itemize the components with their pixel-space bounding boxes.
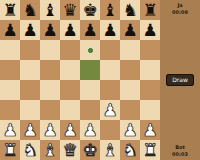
opponent-info: Ja 00:09: [172, 2, 188, 16]
square-c3[interactable]: [40, 100, 60, 120]
white-bishop[interactable]: ♝: [102, 140, 117, 160]
draw-button[interactable]: Draw: [166, 74, 194, 87]
square-a4[interactable]: [0, 80, 20, 100]
square-c4[interactable]: [40, 80, 60, 100]
square-g8[interactable]: ♞: [120, 0, 140, 20]
square-g4[interactable]: [120, 80, 140, 100]
black-king[interactable]: ♚: [82, 0, 97, 20]
white-queen[interactable]: ♛: [62, 140, 77, 160]
player-info: Bot 00:03: [172, 144, 188, 158]
square-f7[interactable]: ♟: [100, 20, 120, 40]
square-e8[interactable]: ♚: [80, 0, 100, 20]
square-h6[interactable]: [140, 40, 160, 60]
square-d6[interactable]: [60, 40, 80, 60]
black-pawn[interactable]: ♟: [122, 20, 137, 40]
square-g5[interactable]: [120, 60, 140, 80]
square-a8[interactable]: ♜: [0, 0, 20, 20]
black-bishop[interactable]: ♝: [102, 0, 117, 20]
black-pawn[interactable]: ♟: [82, 20, 97, 40]
white-knight[interactable]: ♞: [22, 140, 37, 160]
white-pawn[interactable]: ♟: [2, 120, 17, 140]
square-b1[interactable]: ♞: [20, 140, 40, 160]
square-f8[interactable]: ♝: [100, 0, 120, 20]
square-c5[interactable]: [40, 60, 60, 80]
square-e1[interactable]: ♚: [80, 140, 100, 160]
square-h7[interactable]: ♟: [140, 20, 160, 40]
black-pawn[interactable]: ♟: [22, 20, 37, 40]
square-c7[interactable]: ♟: [40, 20, 60, 40]
square-h3[interactable]: [140, 100, 160, 120]
white-rook[interactable]: ♜: [142, 140, 157, 160]
square-c1[interactable]: ♝: [40, 140, 60, 160]
right-panel: Ja 00:09 Draw Bot 00:03: [160, 0, 200, 160]
square-d8[interactable]: ♛: [60, 0, 80, 20]
black-pawn[interactable]: ♟: [42, 20, 57, 40]
square-e7[interactable]: ♟: [80, 20, 100, 40]
square-b6[interactable]: [20, 40, 40, 60]
black-bishop[interactable]: ♝: [42, 0, 57, 20]
square-d2[interactable]: ♟: [60, 120, 80, 140]
square-d3[interactable]: [60, 100, 80, 120]
black-rook[interactable]: ♜: [2, 0, 17, 20]
square-b4[interactable]: [20, 80, 40, 100]
square-f3[interactable]: ♟: [100, 100, 120, 120]
square-f1[interactable]: ♝: [100, 140, 120, 160]
square-h5[interactable]: [140, 60, 160, 80]
square-f6[interactable]: [100, 40, 120, 60]
square-c8[interactable]: ♝: [40, 0, 60, 20]
square-b2[interactable]: ♟: [20, 120, 40, 140]
square-h8[interactable]: ♜: [140, 0, 160, 20]
square-a1[interactable]: ♜: [0, 140, 20, 160]
black-knight[interactable]: ♞: [122, 0, 137, 20]
white-bishop[interactable]: ♝: [42, 140, 57, 160]
white-pawn[interactable]: ♟: [42, 120, 57, 140]
square-h4[interactable]: [140, 80, 160, 100]
black-pawn[interactable]: ♟: [142, 20, 157, 40]
square-b7[interactable]: ♟: [20, 20, 40, 40]
square-b5[interactable]: [20, 60, 40, 80]
square-g3[interactable]: [120, 100, 140, 120]
square-f2[interactable]: [100, 120, 120, 140]
white-rook[interactable]: ♜: [2, 140, 17, 160]
square-a3[interactable]: [0, 100, 20, 120]
square-g6[interactable]: [120, 40, 140, 60]
opponent-name: Ja: [172, 2, 188, 9]
square-a2[interactable]: ♟: [0, 120, 20, 140]
square-d4[interactable]: [60, 80, 80, 100]
square-f5[interactable]: [100, 60, 120, 80]
white-knight[interactable]: ♞: [122, 140, 137, 160]
black-pawn[interactable]: ♟: [102, 20, 117, 40]
square-a6[interactable]: [0, 40, 20, 60]
white-pawn[interactable]: ♟: [102, 100, 117, 120]
square-b8[interactable]: ♞: [20, 0, 40, 20]
square-g1[interactable]: ♞: [120, 140, 140, 160]
move-hint-dot-icon: [88, 48, 93, 53]
black-pawn[interactable]: ♟: [62, 20, 77, 40]
white-pawn[interactable]: ♟: [22, 120, 37, 140]
square-a5[interactable]: [0, 60, 20, 80]
square-c2[interactable]: ♟: [40, 120, 60, 140]
square-d7[interactable]: ♟: [60, 20, 80, 40]
square-a7[interactable]: ♟: [0, 20, 20, 40]
square-b3[interactable]: [20, 100, 40, 120]
square-e5[interactable]: [80, 60, 100, 80]
black-knight[interactable]: ♞: [22, 0, 37, 20]
square-h1[interactable]: ♜: [140, 140, 160, 160]
white-pawn[interactable]: ♟: [122, 120, 137, 140]
square-d1[interactable]: ♛: [60, 140, 80, 160]
black-queen[interactable]: ♛: [62, 0, 77, 20]
white-pawn[interactable]: ♟: [82, 120, 97, 140]
square-e3[interactable]: [80, 100, 100, 120]
square-c6[interactable]: [40, 40, 60, 60]
player-clock: 00:03: [172, 151, 188, 158]
square-g7[interactable]: ♟: [120, 20, 140, 40]
square-h2[interactable]: ♟: [140, 120, 160, 140]
square-e2[interactable]: ♟: [80, 120, 100, 140]
square-e4[interactable]: [80, 80, 100, 100]
chess-app: ♜♞♝♛♚♝♞♜♟♟♟♟♟♟♟♟♟♟♟♟♟♟♟♟♜♞♝♛♚♝♞♜ Ja 00:0…: [0, 0, 200, 160]
black-pawn[interactable]: ♟: [2, 20, 17, 40]
square-f4[interactable]: [100, 80, 120, 100]
white-pawn[interactable]: ♟: [62, 120, 77, 140]
opponent-clock: 00:09: [172, 9, 188, 16]
square-d5[interactable]: [60, 60, 80, 80]
white-pawn[interactable]: ♟: [142, 120, 157, 140]
square-e6[interactable]: [80, 40, 100, 60]
black-rook[interactable]: ♜: [142, 0, 157, 20]
player-name: Bot: [172, 144, 188, 151]
chess-board: ♜♞♝♛♚♝♞♜♟♟♟♟♟♟♟♟♟♟♟♟♟♟♟♟♜♞♝♛♚♝♞♜: [0, 0, 160, 160]
white-king[interactable]: ♚: [82, 140, 97, 160]
square-g2[interactable]: ♟: [120, 120, 140, 140]
